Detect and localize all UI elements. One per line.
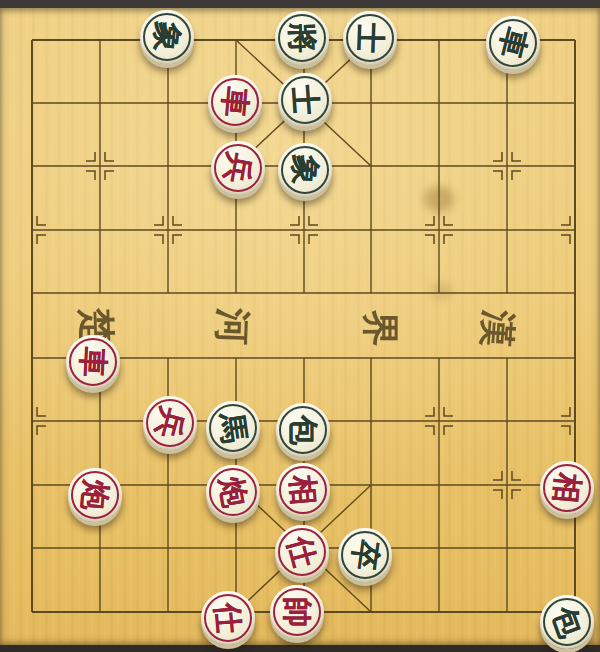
black-advisor-glyph: 士 [289,84,321,116]
red-chariot-glyph: 車 [77,346,109,378]
piece-black-soldier[interactable]: 卒 [338,528,392,582]
piece-red-cannon[interactable]: 炮 [68,468,122,522]
red-advisor-glyph: 仕 [212,602,245,635]
piece-black-general[interactable]: 將 [275,11,329,65]
piece-black-cannon[interactable]: 包 [540,595,594,649]
piece-red-chariot[interactable]: 車 [208,75,262,129]
piece-red-soldier[interactable]: 兵 [211,141,265,195]
piece-black-elephant[interactable]: 象 [278,143,332,197]
black-advisor-glyph: 士 [354,22,385,53]
red-soldier-glyph: 兵 [152,405,189,442]
black-elephant-glyph: 象 [289,154,321,186]
piece-red-elephant[interactable]: 相 [276,463,330,517]
black-cannon-glyph: 包 [548,603,586,641]
red-elephant-glyph: 相 [287,474,320,507]
piece-red-chariot[interactable]: 車 [66,335,120,389]
black-elephant-glyph: 象 [151,21,184,54]
piece-red-advisor[interactable]: 仕 [275,525,329,579]
piece-black-advisor[interactable]: 士 [343,11,397,65]
red-chariot-glyph: 車 [219,86,252,119]
piece-red-soldier[interactable]: 兵 [143,396,197,450]
red-general-glyph: 帥 [282,597,312,627]
black-general-glyph: 將 [286,22,317,53]
piece-black-elephant[interactable]: 象 [140,10,194,64]
piece-black-horse[interactable]: 馬 [206,401,260,455]
xiangqi-photo: 楚 河 界 漢 象將士車士象馬包卒包車兵車兵炮炮相相仕仕帥 [0,0,600,652]
piece-red-advisor[interactable]: 仕 [201,591,255,645]
red-cannon-glyph: 炮 [79,479,112,512]
piece-red-cannon[interactable]: 炮 [206,465,260,519]
piece-black-cannon[interactable]: 包 [276,403,330,457]
black-horse-glyph: 馬 [216,411,250,445]
piece-red-elephant[interactable]: 相 [540,461,594,515]
black-chariot-glyph: 車 [495,25,531,61]
red-advisor-glyph: 仕 [284,534,321,571]
piece-black-chariot[interactable]: 車 [486,16,540,70]
red-soldier-glyph: 兵 [221,151,256,186]
red-cannon-glyph: 炮 [216,475,251,510]
piece-red-general[interactable]: 帥 [270,585,324,639]
piece-black-advisor[interactable]: 士 [278,73,332,127]
black-soldier-glyph: 卒 [348,538,382,572]
black-cannon-glyph: 包 [288,415,318,445]
red-elephant-glyph: 相 [551,472,584,505]
